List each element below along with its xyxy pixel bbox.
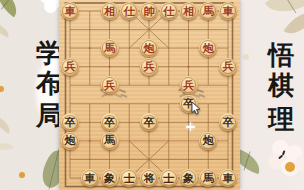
piece-red-相[interactable]: 相: [180, 2, 198, 20]
video-frame: 学 布 局 悟 棋 理: [0, 0, 304, 190]
piece-black-炮[interactable]: 炮: [61, 132, 79, 150]
piece-red-相[interactable]: 相: [101, 2, 119, 20]
piece-black-象[interactable]: 象: [180, 169, 198, 187]
piece-red-炮[interactable]: 炮: [140, 39, 158, 57]
caption-char: 棋: [268, 70, 294, 100]
right-caption: 悟 棋 理: [268, 40, 294, 134]
piece-red-車[interactable]: 車: [61, 2, 79, 20]
leaf-icon: [0, 140, 13, 154]
piece-black-士[interactable]: 士: [160, 169, 178, 187]
piece-black-卒[interactable]: 卒: [101, 113, 119, 131]
piece-red-兵[interactable]: 兵: [219, 58, 237, 76]
piece-black-将[interactable]: 将: [140, 169, 158, 187]
flower-icon: [268, 140, 304, 190]
piece-red-兵[interactable]: 兵: [101, 76, 119, 94]
leaf-icon: [0, 0, 24, 18]
dot-decoration: [19, 172, 25, 178]
caption-char: 悟: [268, 40, 294, 70]
piece-red-車[interactable]: 車: [219, 2, 237, 20]
caption-char: 理: [268, 104, 294, 134]
board-grid: [59, 0, 240, 190]
sparkle-icon: [186, 126, 195, 128]
piece-red-兵[interactable]: 兵: [140, 58, 158, 76]
dot-decoration: [0, 86, 4, 92]
leaf-icon: [0, 116, 13, 133]
piece-black-車[interactable]: 車: [81, 169, 99, 187]
xiangqi-board[interactable]: 車相仕帥仕相馬車馬炮炮兵兵兵兵兵卒卒卒卒卒炮馬炮車象士将士象馬車: [59, 0, 240, 190]
piece-black-車[interactable]: 車: [219, 169, 237, 187]
piece-red-仕[interactable]: 仕: [160, 2, 178, 20]
piece-red-馬[interactable]: 馬: [101, 39, 119, 57]
piece-red-兵[interactable]: 兵: [61, 58, 79, 76]
piece-black-馬[interactable]: 馬: [101, 132, 119, 150]
piece-red-兵[interactable]: 兵: [180, 76, 198, 94]
dot-decoration: [243, 54, 249, 60]
piece-black-象[interactable]: 象: [101, 169, 119, 187]
leaf-icon: [0, 24, 11, 38]
mouse-cursor-icon: [191, 102, 201, 115]
piece-red-帥[interactable]: 帥: [140, 2, 158, 20]
